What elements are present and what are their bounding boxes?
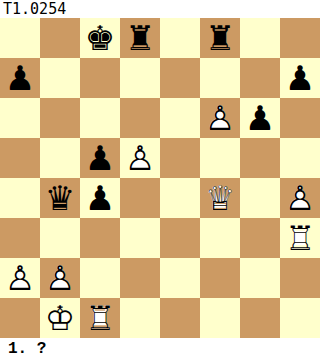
black-rook-piece: ♜: [120, 18, 160, 58]
square-h2[interactable]: [280, 258, 320, 298]
puzzle-id: T1.0254: [0, 0, 66, 18]
white-rook-piece: ♖: [280, 218, 320, 258]
square-f7[interactable]: [200, 58, 240, 98]
black-rook-piece: ♜: [200, 18, 240, 58]
white-rook-piece: ♖: [80, 298, 120, 338]
square-f5[interactable]: [200, 138, 240, 178]
square-a7[interactable]: ♟: [0, 58, 40, 98]
titlebar: T1.0254: [0, 0, 320, 18]
black-king-piece: ♚: [80, 18, 120, 58]
square-d3[interactable]: [120, 218, 160, 258]
square-a5[interactable]: [0, 138, 40, 178]
square-c2[interactable]: [80, 258, 120, 298]
square-c7[interactable]: [80, 58, 120, 98]
square-g1[interactable]: [240, 298, 280, 338]
square-d5[interactable]: ♙: [120, 138, 160, 178]
square-g6[interactable]: ♟: [240, 98, 280, 138]
square-a6[interactable]: [0, 98, 40, 138]
square-a1[interactable]: [0, 298, 40, 338]
square-c4[interactable]: ♟: [80, 178, 120, 218]
chess-board: ♚♜♜♟♟♙♟♟♙♛♟♕♙♖♙♙♔♖: [0, 18, 320, 338]
square-b6[interactable]: [40, 98, 80, 138]
move-prompt: 1. ?: [0, 338, 46, 360]
square-c5[interactable]: ♟: [80, 138, 120, 178]
square-d8[interactable]: ♜: [120, 18, 160, 58]
square-a2[interactable]: ♙: [0, 258, 40, 298]
square-b7[interactable]: [40, 58, 80, 98]
square-h8[interactable]: [280, 18, 320, 58]
square-h4[interactable]: ♙: [280, 178, 320, 218]
square-h3[interactable]: ♖: [280, 218, 320, 258]
square-h6[interactable]: [280, 98, 320, 138]
black-queen-piece: ♛: [40, 178, 80, 218]
white-queen-piece: ♕: [200, 178, 240, 218]
square-c6[interactable]: [80, 98, 120, 138]
square-g7[interactable]: [240, 58, 280, 98]
white-pawn-piece: ♙: [280, 178, 320, 218]
square-b2[interactable]: ♙: [40, 258, 80, 298]
square-a8[interactable]: [0, 18, 40, 58]
square-e3[interactable]: [160, 218, 200, 258]
white-pawn-piece: ♙: [40, 258, 80, 298]
square-d2[interactable]: [120, 258, 160, 298]
square-c1[interactable]: ♖: [80, 298, 120, 338]
square-e1[interactable]: [160, 298, 200, 338]
square-b1[interactable]: ♔: [40, 298, 80, 338]
white-pawn-piece: ♙: [0, 258, 40, 298]
square-e5[interactable]: [160, 138, 200, 178]
square-e8[interactable]: [160, 18, 200, 58]
square-d1[interactable]: [120, 298, 160, 338]
square-h1[interactable]: [280, 298, 320, 338]
square-h5[interactable]: [280, 138, 320, 178]
statusbar: 1. ?: [0, 338, 320, 360]
black-pawn-piece: ♟: [280, 58, 320, 98]
chess-puzzle-window: T1.0254 ♚♜♜♟♟♙♟♟♙♛♟♕♙♖♙♙♔♖ 1. ?: [0, 0, 320, 360]
square-g5[interactable]: [240, 138, 280, 178]
square-e4[interactable]: [160, 178, 200, 218]
white-pawn-piece: ♙: [200, 98, 240, 138]
square-e7[interactable]: [160, 58, 200, 98]
square-b4[interactable]: ♛: [40, 178, 80, 218]
square-f8[interactable]: ♜: [200, 18, 240, 58]
black-pawn-piece: ♟: [80, 138, 120, 178]
square-d7[interactable]: [120, 58, 160, 98]
black-pawn-piece: ♟: [240, 98, 280, 138]
square-e2[interactable]: [160, 258, 200, 298]
black-pawn-piece: ♟: [80, 178, 120, 218]
square-g3[interactable]: [240, 218, 280, 258]
square-h7[interactable]: ♟: [280, 58, 320, 98]
square-a3[interactable]: [0, 218, 40, 258]
black-pawn-piece: ♟: [0, 58, 40, 98]
square-d4[interactable]: [120, 178, 160, 218]
square-c3[interactable]: [80, 218, 120, 258]
square-a4[interactable]: [0, 178, 40, 218]
square-b8[interactable]: [40, 18, 80, 58]
square-b3[interactable]: [40, 218, 80, 258]
square-g8[interactable]: [240, 18, 280, 58]
square-f1[interactable]: [200, 298, 240, 338]
square-f4[interactable]: ♕: [200, 178, 240, 218]
square-e6[interactable]: [160, 98, 200, 138]
square-f2[interactable]: [200, 258, 240, 298]
square-c8[interactable]: ♚: [80, 18, 120, 58]
square-g4[interactable]: [240, 178, 280, 218]
white-king-piece: ♔: [40, 298, 80, 338]
square-f6[interactable]: ♙: [200, 98, 240, 138]
square-d6[interactable]: [120, 98, 160, 138]
white-pawn-piece: ♙: [120, 138, 160, 178]
square-b5[interactable]: [40, 138, 80, 178]
square-g2[interactable]: [240, 258, 280, 298]
square-f3[interactable]: [200, 218, 240, 258]
